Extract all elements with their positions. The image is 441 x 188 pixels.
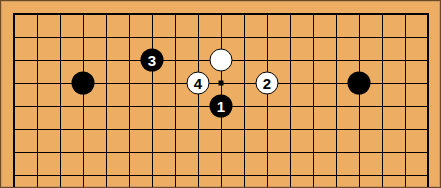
grid-vline bbox=[313, 13, 314, 187]
grid-vline bbox=[244, 13, 245, 187]
grid-vline bbox=[13, 13, 15, 187]
grid-hline bbox=[13, 152, 429, 153]
grid-vline bbox=[83, 13, 84, 187]
grid-vline bbox=[175, 13, 176, 187]
go-board[interactable]: 3412 bbox=[0, 0, 441, 188]
grid-vline bbox=[106, 13, 107, 187]
hoshi-marker bbox=[219, 81, 224, 86]
grid-vline bbox=[267, 13, 268, 187]
black-stone-Q16[interactable] bbox=[348, 72, 371, 95]
grid-vline bbox=[382, 13, 383, 187]
grid-vline bbox=[359, 13, 360, 187]
grid-hline bbox=[13, 175, 429, 176]
black-stone-move-1-K15[interactable]: 1 bbox=[210, 95, 233, 118]
white-stone-move-4-J16[interactable]: 4 bbox=[187, 72, 210, 95]
black-stone-D16[interactable] bbox=[72, 72, 95, 95]
grid-vline bbox=[198, 13, 199, 187]
grid-vline bbox=[290, 13, 291, 187]
stone-move-number: 1 bbox=[217, 99, 225, 114]
grid-hline bbox=[13, 13, 429, 15]
white-stone-move-2-M16[interactable]: 2 bbox=[256, 72, 279, 95]
stone-move-number: 4 bbox=[194, 76, 202, 91]
grid-vline bbox=[336, 13, 337, 187]
black-stone-move-3-G17[interactable]: 3 bbox=[141, 49, 164, 72]
grid-vline bbox=[37, 13, 38, 187]
grid-vline bbox=[152, 13, 153, 187]
grid-vline bbox=[129, 13, 130, 187]
stone-move-number: 3 bbox=[148, 53, 156, 68]
stone-move-number: 2 bbox=[263, 76, 271, 91]
grid-vline bbox=[427, 13, 429, 187]
grid-vline bbox=[60, 13, 61, 187]
white-stone-K17[interactable] bbox=[210, 49, 233, 72]
grid-hline bbox=[13, 37, 429, 38]
grid-hline bbox=[13, 129, 429, 130]
grid-vline bbox=[405, 13, 406, 187]
